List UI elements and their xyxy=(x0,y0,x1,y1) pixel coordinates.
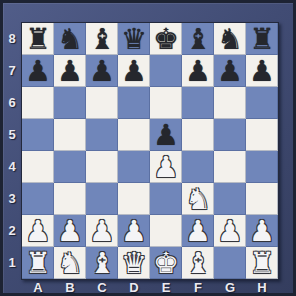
piece-white-pawn-b2: ♟ xyxy=(57,215,83,247)
square-c4[interactable] xyxy=(86,151,118,183)
square-d2[interactable]: ♟ xyxy=(118,215,150,247)
piece-white-rook-a1: ♜ xyxy=(25,247,51,279)
piece-white-king-e1: ♚ xyxy=(153,247,179,279)
square-f7[interactable]: ♟ xyxy=(182,55,214,87)
square-f6[interactable] xyxy=(182,87,214,119)
square-c6[interactable] xyxy=(86,87,118,119)
square-e8[interactable]: ♚ xyxy=(150,23,182,55)
piece-white-pawn-d2: ♟ xyxy=(121,215,147,247)
rank-labels: 87654321 xyxy=(3,22,21,278)
square-h3[interactable] xyxy=(246,183,278,215)
piece-black-knight-g8: ♞ xyxy=(217,23,243,55)
rank-label-6: 6 xyxy=(3,86,21,118)
file-label-e: E xyxy=(150,280,182,295)
piece-black-bishop-c8: ♝ xyxy=(89,23,115,55)
square-c2[interactable]: ♟ xyxy=(86,215,118,247)
piece-black-pawn-e5: ♟ xyxy=(153,119,179,151)
file-label-d: D xyxy=(118,280,150,295)
square-a6[interactable] xyxy=(22,87,54,119)
square-e3[interactable] xyxy=(150,183,182,215)
square-e1[interactable]: ♚ xyxy=(150,247,182,279)
file-label-f: F xyxy=(182,280,214,295)
square-b4[interactable] xyxy=(54,151,86,183)
square-d4[interactable] xyxy=(118,151,150,183)
square-d5[interactable] xyxy=(118,119,150,151)
square-g3[interactable] xyxy=(214,183,246,215)
square-d1[interactable]: ♛ xyxy=(118,247,150,279)
square-h4[interactable] xyxy=(246,151,278,183)
square-g6[interactable] xyxy=(214,87,246,119)
square-f4[interactable] xyxy=(182,151,214,183)
piece-black-pawn-c7: ♟ xyxy=(89,55,115,87)
square-b7[interactable]: ♟ xyxy=(54,55,86,87)
square-h6[interactable] xyxy=(246,87,278,119)
square-a5[interactable] xyxy=(22,119,54,151)
rank-label-4: 4 xyxy=(3,150,21,182)
file-labels: ABCDEFGH xyxy=(22,280,278,293)
board: ♜♞♝♛♚♝♞♜♟♟♟♟♟♟♟♟♟♞♟♟♟♟♟♟♟♜♞♝♛♚♝♜ xyxy=(21,22,279,280)
rank-label-2: 2 xyxy=(3,214,21,246)
square-f5[interactable] xyxy=(182,119,214,151)
square-e4[interactable]: ♟ xyxy=(150,151,182,183)
piece-black-pawn-d7: ♟ xyxy=(121,55,147,87)
square-b5[interactable] xyxy=(54,119,86,151)
square-c5[interactable] xyxy=(86,119,118,151)
piece-black-knight-b8: ♞ xyxy=(57,23,83,55)
piece-black-rook-h8: ♜ xyxy=(249,23,275,55)
square-a2[interactable]: ♟ xyxy=(22,215,54,247)
piece-white-pawn-h2: ♟ xyxy=(249,215,275,247)
square-e5[interactable]: ♟ xyxy=(150,119,182,151)
rank-label-5: 5 xyxy=(3,118,21,150)
chess-board-frame: 87654321 ♜♞♝♛♚♝♞♜♟♟♟♟♟♟♟♟♟♞♟♟♟♟♟♟♟♜♞♝♛♚♝… xyxy=(0,0,296,296)
rank-label-1: 1 xyxy=(3,246,21,278)
piece-white-rook-h1: ♜ xyxy=(249,247,275,279)
piece-white-bishop-f1: ♝ xyxy=(185,247,211,279)
piece-black-pawn-b7: ♟ xyxy=(57,55,83,87)
piece-black-rook-a8: ♜ xyxy=(25,23,51,55)
file-label-h: H xyxy=(246,280,278,295)
square-a4[interactable] xyxy=(22,151,54,183)
square-e7[interactable] xyxy=(150,55,182,87)
piece-black-pawn-h7: ♟ xyxy=(249,55,275,87)
square-c8[interactable]: ♝ xyxy=(86,23,118,55)
piece-white-pawn-f2: ♟ xyxy=(185,215,211,247)
file-label-a: A xyxy=(22,280,54,295)
square-g5[interactable] xyxy=(214,119,246,151)
square-g7[interactable]: ♟ xyxy=(214,55,246,87)
square-h5[interactable] xyxy=(246,119,278,151)
square-c3[interactable] xyxy=(86,183,118,215)
piece-black-bishop-f8: ♝ xyxy=(185,23,211,55)
square-g2[interactable]: ♟ xyxy=(214,215,246,247)
square-e6[interactable] xyxy=(150,87,182,119)
file-label-g: G xyxy=(214,280,246,295)
piece-white-knight-b1: ♞ xyxy=(57,247,83,279)
square-a8[interactable]: ♜ xyxy=(22,23,54,55)
square-d7[interactable]: ♟ xyxy=(118,55,150,87)
file-label-c: C xyxy=(86,280,118,295)
rank-label-8: 8 xyxy=(3,22,21,54)
square-g4[interactable] xyxy=(214,151,246,183)
square-f2[interactable]: ♟ xyxy=(182,215,214,247)
square-f3[interactable]: ♞ xyxy=(182,183,214,215)
square-e2[interactable] xyxy=(150,215,182,247)
square-h7[interactable]: ♟ xyxy=(246,55,278,87)
piece-white-bishop-c1: ♝ xyxy=(89,247,115,279)
square-b1[interactable]: ♞ xyxy=(54,247,86,279)
square-a1[interactable]: ♜ xyxy=(22,247,54,279)
square-a7[interactable]: ♟ xyxy=(22,55,54,87)
square-h8[interactable]: ♜ xyxy=(246,23,278,55)
rank-label-3: 3 xyxy=(3,182,21,214)
square-g1[interactable] xyxy=(214,247,246,279)
square-a3[interactable] xyxy=(22,183,54,215)
piece-black-pawn-f7: ♟ xyxy=(185,55,211,87)
square-b8[interactable]: ♞ xyxy=(54,23,86,55)
piece-black-king-e8: ♚ xyxy=(153,23,179,55)
square-d8[interactable]: ♛ xyxy=(118,23,150,55)
piece-white-pawn-c2: ♟ xyxy=(89,215,115,247)
file-label-b: B xyxy=(54,280,86,295)
square-b6[interactable] xyxy=(54,87,86,119)
square-f8[interactable]: ♝ xyxy=(182,23,214,55)
square-c1[interactable]: ♝ xyxy=(86,247,118,279)
piece-black-queen-d8: ♛ xyxy=(121,23,147,55)
square-b3[interactable] xyxy=(54,183,86,215)
square-c7[interactable]: ♟ xyxy=(86,55,118,87)
piece-white-pawn-e4: ♟ xyxy=(153,151,179,183)
piece-black-pawn-a7: ♟ xyxy=(25,55,51,87)
piece-white-queen-d1: ♛ xyxy=(121,247,147,279)
square-h1[interactable]: ♜ xyxy=(246,247,278,279)
square-h2[interactable]: ♟ xyxy=(246,215,278,247)
square-d3[interactable] xyxy=(118,183,150,215)
square-f1[interactable]: ♝ xyxy=(182,247,214,279)
square-d6[interactable] xyxy=(118,87,150,119)
piece-white-knight-f3: ♞ xyxy=(185,183,211,215)
square-g8[interactable]: ♞ xyxy=(214,23,246,55)
rank-label-7: 7 xyxy=(3,54,21,86)
piece-white-pawn-a2: ♟ xyxy=(25,215,51,247)
piece-white-pawn-g2: ♟ xyxy=(217,215,243,247)
square-b2[interactable]: ♟ xyxy=(54,215,86,247)
piece-black-pawn-g7: ♟ xyxy=(217,55,243,87)
